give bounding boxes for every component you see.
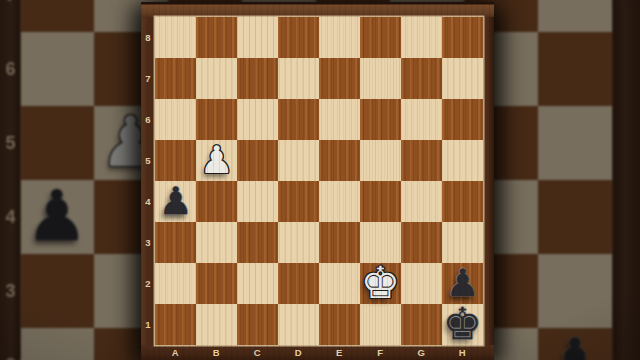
background-rank-label-6: 6 xyxy=(0,32,21,106)
file-label-c: C xyxy=(237,345,278,360)
background-rank-label-5: 5 xyxy=(0,106,21,180)
file-label-e: E xyxy=(319,345,360,360)
piece-black-pawn-h2[interactable]: ♟ xyxy=(538,327,612,360)
piece-black-pawn-a4[interactable]: ♟ xyxy=(20,179,94,253)
piece-white-pawn-b5[interactable]: ♟ xyxy=(196,139,237,180)
rank-label-5: 5 xyxy=(141,140,155,181)
file-label-h: H xyxy=(442,345,483,360)
background-rank-label-3: 3 xyxy=(0,254,21,328)
rank-label-7: 7 xyxy=(141,58,155,99)
file-label-b: B xyxy=(196,345,237,360)
board-frame-right xyxy=(483,17,494,345)
piece-white-king-f2[interactable]: ♚ xyxy=(360,262,401,303)
rank-label-2: 2 xyxy=(141,263,155,304)
file-label-f: F xyxy=(360,345,401,360)
piece-black-pawn-a4[interactable]: ♟ xyxy=(155,180,196,221)
chess-board: ♟♟♚♟♚ 87654321 ABCDEFGH xyxy=(141,2,494,360)
rank-label-1: 1 xyxy=(141,304,155,345)
file-label-d: D xyxy=(278,345,319,360)
chess-video-frame: 765432 ♟♟♟ ♟♟♚♟♚ 87654321 ABCDEFGH xyxy=(0,0,640,360)
board-frame-top xyxy=(141,2,494,17)
piece-black-pawn-h2[interactable]: ♟ xyxy=(442,262,483,303)
background-rank-label-2: 2 xyxy=(0,328,21,360)
background-rank-label-4: 4 xyxy=(0,180,21,254)
rank-label-6: 6 xyxy=(141,99,155,140)
rank-label-4: 4 xyxy=(141,181,155,222)
file-label-a: A xyxy=(155,345,196,360)
board-pieces: ♟♟♚♟♚ xyxy=(155,17,483,345)
rank-label-3: 3 xyxy=(141,222,155,263)
background-board-right-border xyxy=(612,0,640,360)
background-rank-label-7: 7 xyxy=(0,0,21,32)
piece-black-king-h1[interactable]: ♚ xyxy=(442,303,483,344)
rank-label-8: 8 xyxy=(141,17,155,58)
file-label-g: G xyxy=(401,345,442,360)
